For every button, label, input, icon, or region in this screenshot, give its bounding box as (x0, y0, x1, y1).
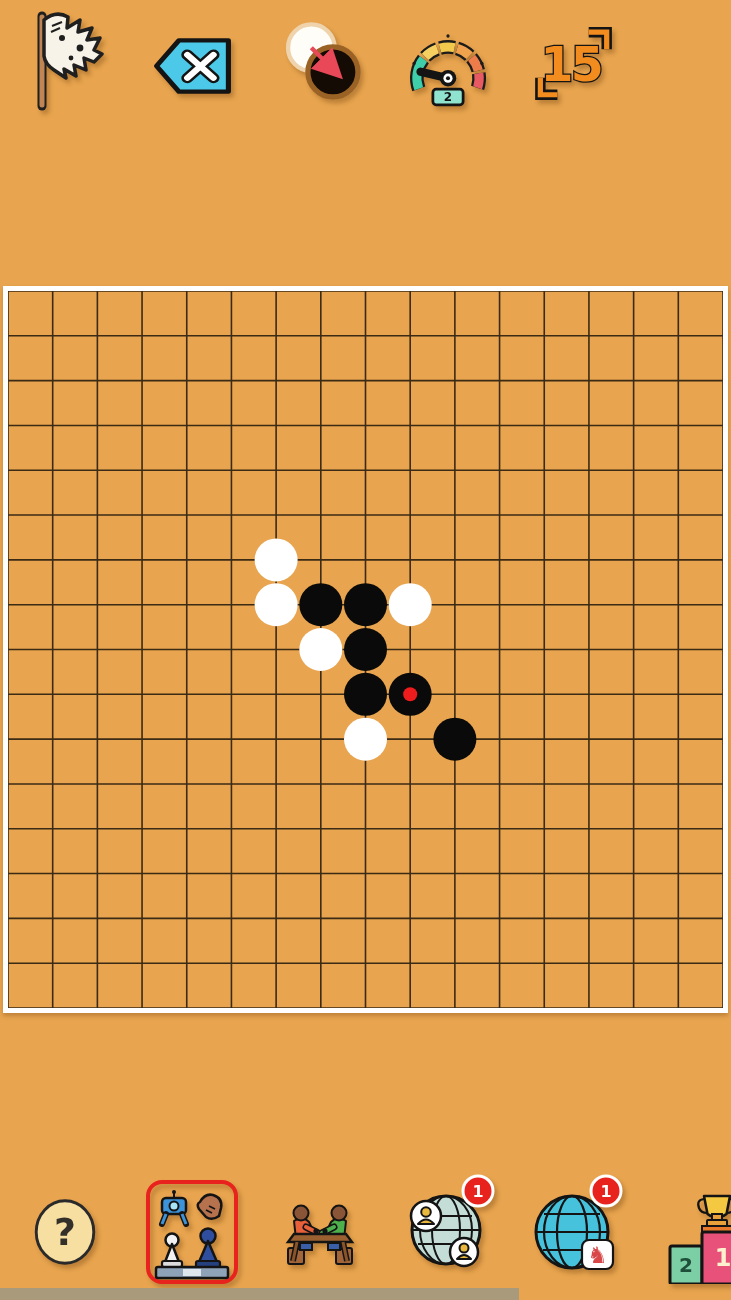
mode-vs-computer-button-selected[interactable] (146, 1180, 238, 1284)
swap-colors-button[interactable] (282, 18, 364, 106)
stone-black (344, 673, 387, 716)
board-size-button[interactable]: 15 (528, 18, 620, 108)
stone-white (299, 628, 342, 671)
board-size-value: 15 (541, 37, 601, 92)
board-size-icon: 15 (528, 18, 620, 108)
board-grid (8, 291, 723, 1008)
two-players-icon (268, 1192, 372, 1268)
trophy-podium-icon: 2 1 (668, 1188, 731, 1284)
stone-black (344, 628, 387, 671)
stone-black (433, 718, 476, 761)
club-badge-count: 1 (600, 1182, 611, 1201)
bottom-system-strip (0, 1288, 519, 1300)
stone-black (299, 583, 342, 626)
stone-white (255, 583, 298, 626)
podium-first-place: 1 (715, 1244, 731, 1272)
leaderboard-button[interactable]: 2 1 (668, 1188, 731, 1284)
stone-white (344, 718, 387, 761)
resign-button[interactable] (24, 8, 114, 113)
difficulty-level-value: 2 (444, 90, 452, 104)
podium-second-place: 2 (679, 1253, 693, 1277)
stone-white (389, 583, 432, 626)
undo-button[interactable] (150, 30, 234, 102)
online-friends-globe-icon: 1 (402, 1168, 498, 1274)
mode-two-players-button[interactable] (268, 1192, 372, 1268)
difficulty-gauge-icon: 2 (402, 25, 494, 113)
undo-backspace-icon (150, 30, 234, 102)
gomoku-board[interactable] (3, 286, 728, 1013)
help-icon: ? (28, 1194, 102, 1270)
online-club-button[interactable]: ♞ 1 (530, 1168, 626, 1274)
online-friends-button[interactable]: 1 (402, 1168, 498, 1274)
resign-flag-icon (24, 8, 114, 113)
gomoku-app-screen: { "app": { "background_color": "#e8a44e"… (0, 0, 731, 1300)
online-club-globe-icon: ♞ 1 (530, 1168, 626, 1274)
difficulty-button[interactable]: 2 (402, 25, 494, 113)
stone-white (255, 538, 298, 581)
swap-stones-icon (282, 18, 364, 106)
friends-badge-count: 1 (472, 1182, 483, 1201)
help-button[interactable]: ? (28, 1194, 102, 1270)
club-knight-glyph: ♞ (587, 1242, 608, 1268)
last-move-marker (403, 687, 417, 701)
help-question-mark: ? (54, 1210, 76, 1254)
stone-black (344, 583, 387, 626)
vs-computer-icon (150, 1184, 234, 1280)
